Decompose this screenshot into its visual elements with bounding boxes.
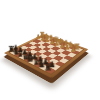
- chess-board[interactable]: ♜♞♝♛♚♝♞♜♟♟♟♟♟♟♟♟♟♟♟♟♟♟♟♟♜♞♝♛♚♝♞♜: [4, 34, 89, 79]
- piece-black-rook[interactable]: ♜: [43, 62, 51, 73]
- board-frame: ♜♞♝♛♚♝♞♜♟♟♟♟♟♟♟♟♟♟♟♟♟♟♟♟♜♞♝♛♚♝♞♜: [4, 34, 89, 79]
- piece-white-pawn[interactable]: ♟: [70, 47, 77, 54]
- chess-set-photo: ♜♞♝♛♚♝♞♜♟♟♟♟♟♟♟♟♟♟♟♟♟♟♟♟♜♞♝♛♚♝♞♜: [0, 0, 100, 100]
